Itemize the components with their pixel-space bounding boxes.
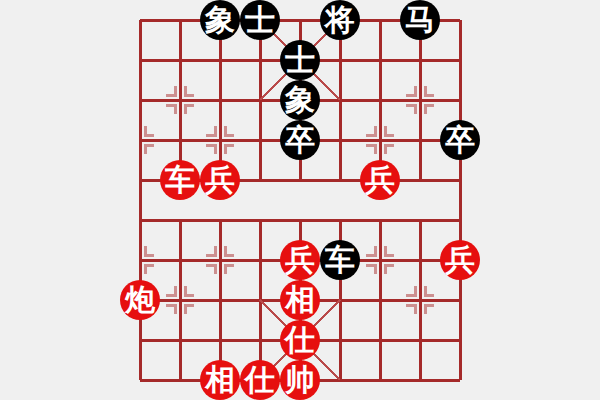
piece-red-cannon[interactable]: 炮	[120, 280, 160, 320]
piece-black-advisor[interactable]: 士	[280, 40, 320, 80]
piece-black-elephant[interactable]: 象	[200, 0, 240, 40]
piece-red-soldier[interactable]: 兵	[200, 160, 240, 200]
piece-black-elephant[interactable]: 象	[280, 80, 320, 120]
piece-red-chariot[interactable]: 车	[160, 160, 200, 200]
piece-red-advisor[interactable]: 仕	[280, 320, 320, 360]
piece-black-advisor[interactable]: 士	[240, 0, 280, 40]
piece-black-chariot[interactable]: 车	[320, 240, 360, 280]
piece-red-elephant[interactable]: 相	[280, 280, 320, 320]
piece-red-soldier[interactable]: 兵	[440, 240, 480, 280]
piece-black-horse[interactable]: 马	[400, 0, 440, 40]
xiangqi-diagram: 象士将马士象卒卒车车兵兵兵兵炮相仕相仕帅	[0, 0, 600, 400]
piece-red-soldier[interactable]: 兵	[360, 160, 400, 200]
piece-black-soldier[interactable]: 卒	[440, 120, 480, 160]
piece-red-elephant[interactable]: 相	[200, 360, 240, 400]
piece-red-advisor[interactable]: 仕	[240, 360, 280, 400]
piece-black-general[interactable]: 将	[320, 0, 360, 40]
piece-red-soldier[interactable]: 兵	[280, 240, 320, 280]
piece-red-general[interactable]: 帅	[280, 360, 320, 400]
piece-black-soldier[interactable]: 卒	[280, 120, 320, 160]
